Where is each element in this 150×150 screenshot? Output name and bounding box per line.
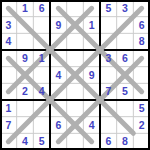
cell-r9c9[interactable] (133, 133, 150, 150)
cell-r4c5[interactable] (67, 50, 84, 67)
cell-r3c6[interactable] (83, 33, 100, 50)
cell-r4c2[interactable]: 9 (17, 50, 34, 67)
cell-r4c1[interactable] (0, 50, 17, 67)
cell-r5c6[interactable]: 9 (83, 67, 100, 84)
cell-r5c3[interactable] (33, 67, 50, 84)
cell-r6c1[interactable] (0, 83, 17, 100)
cell-r1c2[interactable]: 1 (17, 0, 34, 17)
cell-r2c7[interactable] (100, 17, 117, 34)
cell-r7c1[interactable]: 1 (0, 100, 17, 117)
cell-r1c4[interactable] (50, 0, 67, 17)
cell-r9c3[interactable]: 5 (33, 133, 50, 150)
cell-r1c5[interactable] (67, 0, 84, 17)
cell-r7c7[interactable] (100, 100, 117, 117)
cell-r3c2[interactable] (17, 33, 34, 50)
cell-r9c6[interactable] (83, 133, 100, 150)
cell-r1c7[interactable]: 5 (100, 0, 117, 17)
cell-r8c5[interactable] (67, 117, 84, 134)
cell-r1c6[interactable] (83, 0, 100, 17)
cell-r6c6[interactable] (83, 83, 100, 100)
cell-r6c5[interactable] (67, 83, 84, 100)
cell-r2c8[interactable] (117, 17, 134, 34)
cell-r7c4[interactable] (50, 100, 67, 117)
cell-r8c2[interactable] (17, 117, 34, 134)
cell-r6c8[interactable]: 5 (117, 83, 134, 100)
cell-r9c5[interactable] (67, 133, 84, 150)
cell-r8c8[interactable] (117, 117, 134, 134)
cell-r2c3[interactable] (33, 17, 50, 34)
cell-r3c4[interactable] (50, 33, 67, 50)
cell-r2c5[interactable] (67, 17, 84, 34)
cell-r3c1[interactable]: 4 (0, 33, 17, 50)
sudoku-cells-grid: 165339164891364924751576424568 (0, 0, 150, 150)
cell-r8c9[interactable]: 2 (133, 117, 150, 134)
cell-r9c2[interactable]: 4 (17, 133, 34, 150)
cell-r7c9[interactable]: 5 (133, 100, 150, 117)
cell-r3c3[interactable] (33, 33, 50, 50)
cell-r5c8[interactable] (117, 67, 134, 84)
cell-r6c4[interactable] (50, 83, 67, 100)
cell-r4c6[interactable] (83, 50, 100, 67)
cell-r8c1[interactable]: 7 (0, 117, 17, 134)
cell-r3c5[interactable] (67, 33, 84, 50)
cell-r7c5[interactable] (67, 100, 84, 117)
cell-r1c1[interactable] (0, 0, 17, 17)
cell-r9c7[interactable]: 6 (100, 133, 117, 150)
cell-r7c2[interactable] (17, 100, 34, 117)
sudoku-board: 165339164891364924751576424568 (0, 0, 150, 150)
cell-r6c2[interactable]: 2 (17, 83, 34, 100)
cell-r4c3[interactable]: 1 (33, 50, 50, 67)
cell-r5c9[interactable] (133, 67, 150, 84)
cell-r5c1[interactable] (0, 67, 17, 84)
cell-r4c9[interactable] (133, 50, 150, 67)
cell-r9c1[interactable] (0, 133, 17, 150)
cell-r8c7[interactable] (100, 117, 117, 134)
cell-r5c4[interactable]: 4 (50, 67, 67, 84)
cell-r7c8[interactable] (117, 100, 134, 117)
cell-r1c8[interactable]: 3 (117, 0, 134, 17)
cell-r5c5[interactable] (67, 67, 84, 84)
cell-r1c9[interactable] (133, 0, 150, 17)
cell-r1c3[interactable]: 6 (33, 0, 50, 17)
cell-r2c4[interactable]: 9 (50, 17, 67, 34)
cell-r7c6[interactable] (83, 100, 100, 117)
cell-r2c2[interactable] (17, 17, 34, 34)
cell-r9c4[interactable] (50, 133, 67, 150)
cell-r3c8[interactable] (117, 33, 134, 50)
cell-r5c7[interactable] (100, 67, 117, 84)
cell-r8c4[interactable]: 6 (50, 117, 67, 134)
cell-r6c7[interactable]: 7 (100, 83, 117, 100)
cell-r2c1[interactable]: 3 (0, 17, 17, 34)
cell-r9c8[interactable]: 8 (117, 133, 134, 150)
cell-r6c3[interactable]: 4 (33, 83, 50, 100)
cell-r2c6[interactable]: 1 (83, 17, 100, 34)
cell-r3c7[interactable] (100, 33, 117, 50)
cell-r8c3[interactable] (33, 117, 50, 134)
cell-r4c7[interactable]: 3 (100, 50, 117, 67)
cell-r4c8[interactable]: 6 (117, 50, 134, 67)
cell-r7c3[interactable] (33, 100, 50, 117)
cell-r5c2[interactable] (17, 67, 34, 84)
cell-r4c4[interactable] (50, 50, 67, 67)
cell-r2c9[interactable]: 6 (133, 17, 150, 34)
cell-r8c6[interactable]: 4 (83, 117, 100, 134)
cell-r3c9[interactable]: 8 (133, 33, 150, 50)
cell-r6c9[interactable] (133, 83, 150, 100)
